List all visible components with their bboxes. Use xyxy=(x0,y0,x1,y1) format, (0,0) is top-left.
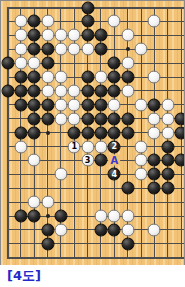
stone-white xyxy=(94,140,107,153)
stone-black xyxy=(14,126,27,139)
stone-white xyxy=(81,43,94,56)
stone-black xyxy=(161,140,174,153)
stone-white xyxy=(68,43,81,56)
stone-black xyxy=(54,210,67,223)
stone-black xyxy=(68,126,81,139)
stone-black xyxy=(81,98,94,111)
stone-black xyxy=(94,154,107,167)
stone-black xyxy=(41,98,54,111)
stone-white xyxy=(135,98,148,111)
stone-white xyxy=(121,223,134,236)
stone-black xyxy=(14,210,27,223)
stone-white xyxy=(54,168,67,181)
stone-black xyxy=(41,43,54,56)
stone-white xyxy=(161,98,174,111)
stone-white xyxy=(28,154,41,167)
stone-black xyxy=(81,1,94,14)
stone-white xyxy=(148,223,161,236)
stone-black xyxy=(28,126,41,139)
stone-white xyxy=(54,98,67,111)
stone-black xyxy=(41,237,54,250)
stone-white-numbered: 3 xyxy=(81,154,94,167)
stone-black xyxy=(94,43,107,56)
star-point xyxy=(46,214,50,218)
stone-black xyxy=(108,84,121,97)
point-label-a: A xyxy=(108,155,120,166)
stone-white xyxy=(121,29,134,42)
stone-black xyxy=(28,15,41,28)
stone-white xyxy=(135,168,148,181)
move-number-label: 1 xyxy=(71,143,77,151)
stone-white xyxy=(148,71,161,84)
stone-white xyxy=(161,112,174,125)
move-number-label: 3 xyxy=(85,156,91,164)
stone-white xyxy=(148,126,161,139)
stone-black xyxy=(108,223,121,236)
stone-black-numbered: 4 xyxy=(108,168,121,181)
stone-black xyxy=(14,84,27,97)
stone-black xyxy=(28,43,41,56)
stone-black xyxy=(94,126,107,139)
stone-white xyxy=(108,210,121,223)
stone-white xyxy=(81,140,94,153)
stone-white xyxy=(161,126,174,139)
stone-white xyxy=(68,84,81,97)
stone-white xyxy=(135,154,148,167)
stone-white xyxy=(41,196,54,209)
stone-white xyxy=(14,43,27,56)
stone-white xyxy=(54,29,67,42)
stone-black xyxy=(148,98,161,111)
stone-white xyxy=(14,140,27,153)
stone-black xyxy=(14,71,27,84)
stone-black xyxy=(41,223,54,236)
stone-white xyxy=(135,43,148,56)
stone-black xyxy=(108,112,121,125)
stone-white xyxy=(14,15,27,28)
stone-white xyxy=(68,112,81,125)
stone-black xyxy=(121,112,134,125)
stone-black xyxy=(121,126,134,139)
stone-black xyxy=(28,210,41,223)
stone-white xyxy=(54,43,67,56)
stone-black xyxy=(108,126,121,139)
stone-white xyxy=(41,15,54,28)
stone-white xyxy=(14,57,27,70)
stone-white xyxy=(135,140,148,153)
stone-black xyxy=(28,29,41,42)
stone-black xyxy=(121,182,134,195)
stone-black xyxy=(14,98,27,111)
stone-black xyxy=(28,98,41,111)
stone-black xyxy=(81,15,94,28)
stone-white-numbered: 1 xyxy=(68,140,81,153)
stone-black xyxy=(161,154,174,167)
stone-black xyxy=(148,182,161,195)
stone-white xyxy=(41,71,54,84)
stone-white xyxy=(121,57,134,70)
stone-white xyxy=(94,210,107,223)
stone-white xyxy=(14,29,27,42)
stone-white xyxy=(54,84,67,97)
stone-black xyxy=(175,112,185,125)
stone-black xyxy=(94,223,107,236)
stone-black xyxy=(161,168,174,181)
stone-black xyxy=(94,98,107,111)
stone-black xyxy=(175,126,185,139)
move-number-label: 2 xyxy=(112,143,118,151)
stone-white xyxy=(148,15,161,28)
figure-label: [4도] xyxy=(7,267,41,285)
stone-black xyxy=(41,112,54,125)
stone-black xyxy=(28,84,41,97)
stone-black xyxy=(81,29,94,42)
stone-white xyxy=(28,57,41,70)
stone-white xyxy=(121,210,134,223)
stone-black xyxy=(28,71,41,84)
stone-white xyxy=(108,98,121,111)
stone-white xyxy=(41,84,54,97)
stone-black-numbered: 2 xyxy=(108,140,121,153)
stone-black xyxy=(1,57,14,70)
stone-white xyxy=(121,84,134,97)
stone-black xyxy=(148,168,161,181)
stone-black xyxy=(161,182,174,195)
grid-line-v xyxy=(7,7,9,259)
stone-white xyxy=(108,15,121,28)
star-point xyxy=(126,47,130,51)
stone-black xyxy=(28,112,41,125)
stone-black xyxy=(94,84,107,97)
move-number-label: 4 xyxy=(112,170,118,178)
stone-black xyxy=(94,112,107,125)
stone-black xyxy=(108,71,121,84)
stone-white xyxy=(28,196,41,209)
caption-bar: [4도] xyxy=(0,265,185,287)
stone-black xyxy=(81,126,94,139)
stone-black xyxy=(81,84,94,97)
stone-white xyxy=(41,29,54,42)
stone-black xyxy=(81,71,94,84)
stone-black xyxy=(175,154,185,167)
stone-white xyxy=(68,98,81,111)
stone-black xyxy=(121,237,134,250)
star-point xyxy=(46,131,50,135)
stone-black xyxy=(1,84,14,97)
stone-black xyxy=(81,112,94,125)
stone-white xyxy=(94,71,107,84)
stone-white xyxy=(54,112,67,125)
stone-black xyxy=(94,29,107,42)
go-board: 1234A xyxy=(0,0,185,265)
stone-black xyxy=(41,57,54,70)
stone-black xyxy=(148,154,161,167)
stone-white xyxy=(54,71,67,84)
stone-black xyxy=(108,57,121,70)
stone-white xyxy=(68,29,81,42)
stone-white xyxy=(54,223,67,236)
stone-white xyxy=(148,112,161,125)
stone-black xyxy=(121,71,134,84)
